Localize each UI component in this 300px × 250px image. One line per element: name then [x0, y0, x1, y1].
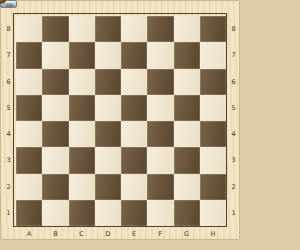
file-label-f: F — [159, 230, 163, 237]
square-c1[interactable] — [69, 200, 95, 226]
square-g4[interactable] — [174, 121, 200, 147]
square-h1[interactable] — [200, 200, 226, 226]
square-e7[interactable] — [121, 42, 147, 68]
file-label-h: H — [210, 230, 215, 237]
board-grid — [16, 16, 226, 226]
square-c6[interactable] — [69, 69, 95, 95]
square-f5[interactable] — [147, 95, 173, 121]
square-b4[interactable] — [42, 121, 68, 147]
square-d5[interactable] — [95, 95, 121, 121]
square-h7[interactable] — [200, 42, 226, 68]
square-g7[interactable] — [174, 42, 200, 68]
file-label-c: C — [79, 230, 84, 237]
rank-label-6-right: 6 — [231, 78, 235, 85]
square-a3[interactable] — [16, 147, 42, 173]
square-b8[interactable] — [42, 16, 68, 42]
square-g2[interactable] — [174, 174, 200, 200]
file-label-d: D — [105, 230, 110, 237]
square-h3[interactable] — [200, 147, 226, 173]
square-f2[interactable] — [147, 174, 173, 200]
chess-board: ABCDEFGH1122334455667788 — [0, 0, 240, 240]
square-b3[interactable] — [42, 147, 68, 173]
clasp-body — [0, 0, 17, 8]
square-a6[interactable] — [16, 69, 42, 95]
square-a8[interactable] — [16, 16, 42, 42]
square-e4[interactable] — [121, 121, 147, 147]
square-a7[interactable] — [16, 42, 42, 68]
rank-label-7-right: 7 — [231, 52, 235, 59]
square-a5[interactable] — [16, 95, 42, 121]
square-e5[interactable] — [121, 95, 147, 121]
square-c3[interactable] — [69, 147, 95, 173]
metal-clasp — [0, 0, 17, 8]
square-d4[interactable] — [95, 121, 121, 147]
square-d6[interactable] — [95, 69, 121, 95]
square-c2[interactable] — [69, 174, 95, 200]
rank-label-2-right: 2 — [231, 183, 235, 190]
square-d8[interactable] — [95, 16, 121, 42]
rank-label-3-left: 3 — [6, 157, 10, 164]
square-d3[interactable] — [95, 147, 121, 173]
rank-label-6-left: 6 — [6, 78, 10, 85]
square-c5[interactable] — [69, 95, 95, 121]
square-a2[interactable] — [16, 174, 42, 200]
square-b1[interactable] — [42, 200, 68, 226]
square-f7[interactable] — [147, 42, 173, 68]
file-label-a: A — [27, 230, 31, 237]
square-g6[interactable] — [174, 69, 200, 95]
file-label-b: B — [53, 230, 57, 237]
square-e3[interactable] — [121, 147, 147, 173]
square-d7[interactable] — [95, 42, 121, 68]
square-e1[interactable] — [121, 200, 147, 226]
square-f6[interactable] — [147, 69, 173, 95]
square-d2[interactable] — [95, 174, 121, 200]
square-a4[interactable] — [16, 121, 42, 147]
square-e2[interactable] — [121, 174, 147, 200]
square-h6[interactable] — [200, 69, 226, 95]
chess-set-photo: ABCDEFGH1122334455667788 ♜♞♝♛♚♝♞♜♟♟♟♟♟♟♟… — [0, 0, 300, 250]
rank-label-2-left: 2 — [6, 183, 10, 190]
square-c7[interactable] — [69, 42, 95, 68]
square-f1[interactable] — [147, 200, 173, 226]
square-b5[interactable] — [42, 95, 68, 121]
rank-label-5-left: 5 — [6, 105, 10, 112]
square-f3[interactable] — [147, 147, 173, 173]
square-b7[interactable] — [42, 42, 68, 68]
square-f8[interactable] — [147, 16, 173, 42]
square-g3[interactable] — [174, 147, 200, 173]
square-e8[interactable] — [121, 16, 147, 42]
square-h5[interactable] — [200, 95, 226, 121]
rank-label-1-left: 1 — [6, 210, 10, 217]
rank-label-1-right: 1 — [231, 210, 235, 217]
rank-label-3-right: 3 — [231, 157, 235, 164]
file-label-e: E — [132, 230, 136, 237]
square-c4[interactable] — [69, 121, 95, 147]
square-b6[interactable] — [42, 69, 68, 95]
square-a1[interactable] — [16, 200, 42, 226]
rank-label-5-right: 5 — [231, 105, 235, 112]
square-e6[interactable] — [121, 69, 147, 95]
square-b2[interactable] — [42, 174, 68, 200]
rank-label-4-right: 4 — [231, 131, 235, 138]
square-f4[interactable] — [147, 121, 173, 147]
square-c8[interactable] — [69, 16, 95, 42]
square-g5[interactable] — [174, 95, 200, 121]
square-h2[interactable] — [200, 174, 226, 200]
rank-label-4-left: 4 — [6, 131, 10, 138]
rank-label-8-left: 8 — [6, 26, 10, 33]
square-h4[interactable] — [200, 121, 226, 147]
file-label-g: G — [184, 230, 189, 237]
square-h8[interactable] — [200, 16, 226, 42]
square-d1[interactable] — [95, 200, 121, 226]
rank-label-7-left: 7 — [6, 52, 10, 59]
square-g1[interactable] — [174, 200, 200, 226]
clasp-latch — [6, 3, 13, 7]
square-g8[interactable] — [174, 16, 200, 42]
rank-label-8-right: 8 — [231, 26, 235, 33]
